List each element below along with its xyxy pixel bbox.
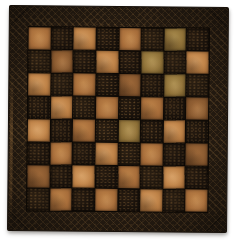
frame-miter-top-left [10,6,30,26]
square-e7[interactable] [119,51,141,73]
square-f6[interactable] [141,74,163,96]
square-c3[interactable] [73,143,95,165]
square-e2[interactable] [118,166,140,188]
square-d4[interactable] [96,120,118,142]
square-f2[interactable] [141,166,163,188]
square-d2[interactable] [95,166,117,188]
square-a6[interactable] [28,73,50,95]
square-c1[interactable] [72,189,94,211]
square-f8[interactable] [142,28,164,50]
square-f5[interactable] [141,97,163,119]
board-grid [26,26,210,213]
square-h7[interactable] [187,52,209,74]
square-a8[interactable] [29,27,51,49]
square-h5[interactable] [186,98,208,120]
square-b1[interactable] [50,188,72,210]
square-g8[interactable] [164,28,186,50]
square-h8[interactable] [187,29,209,51]
square-c7[interactable] [74,51,96,73]
square-h2[interactable] [186,167,208,189]
chessboard [7,5,229,233]
square-g6[interactable] [164,74,186,96]
square-c2[interactable] [73,166,95,188]
square-d1[interactable] [95,189,117,211]
square-d5[interactable] [96,97,118,119]
square-f7[interactable] [142,51,164,73]
square-b6[interactable] [51,73,73,95]
square-g3[interactable] [163,143,185,165]
square-h4[interactable] [186,121,208,143]
square-e1[interactable] [118,189,140,211]
square-b4[interactable] [50,119,72,141]
square-g1[interactable] [163,189,185,211]
square-h6[interactable] [187,75,209,97]
square-e5[interactable] [118,97,140,119]
square-f1[interactable] [140,189,162,211]
square-a5[interactable] [28,96,50,118]
square-h3[interactable] [186,144,208,166]
square-g5[interactable] [164,97,186,119]
square-a3[interactable] [28,142,50,164]
square-b2[interactable] [50,165,72,187]
square-b3[interactable] [50,142,72,164]
square-b7[interactable] [51,50,73,72]
square-e8[interactable] [119,28,141,50]
square-g2[interactable] [163,166,185,188]
square-e6[interactable] [119,74,141,96]
square-g4[interactable] [164,120,186,142]
square-d7[interactable] [96,51,118,73]
square-a4[interactable] [28,119,50,141]
square-b8[interactable] [51,27,73,49]
square-d3[interactable] [95,143,117,165]
frame-miter-bottom-left [8,210,28,230]
square-a2[interactable] [27,165,49,187]
square-e3[interactable] [118,143,140,165]
square-e4[interactable] [118,120,140,142]
square-c4[interactable] [73,120,95,142]
square-b5[interactable] [51,96,73,118]
square-a7[interactable] [28,50,50,72]
square-g7[interactable] [164,51,186,73]
square-d8[interactable] [96,28,118,50]
photo-canvas [0,0,240,240]
square-f4[interactable] [141,120,163,142]
square-f3[interactable] [141,143,163,165]
frame-miter-bottom-right [206,212,226,232]
frame-wear-highlight [9,73,13,219]
square-h1[interactable] [186,190,208,212]
square-c8[interactable] [74,28,96,50]
square-d6[interactable] [96,74,118,96]
square-c6[interactable] [73,74,95,96]
square-c5[interactable] [73,97,95,119]
square-a1[interactable] [27,188,49,210]
frame-miter-top-right [208,8,228,28]
